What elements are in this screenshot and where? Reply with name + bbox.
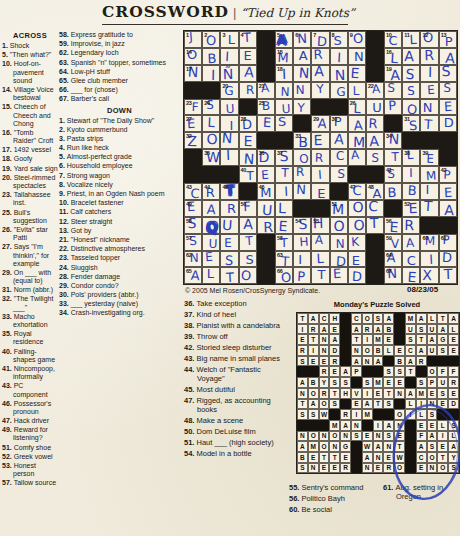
handwritten-letter: L bbox=[274, 201, 290, 216]
grid-cell[interactable]: 47C bbox=[348, 183, 366, 200]
grid-cell[interactable]: 9O bbox=[348, 31, 366, 48]
grid-cell[interactable]: A bbox=[293, 48, 311, 65]
clue: 44. Welch of "Fantastic Voyage" bbox=[184, 365, 280, 384]
solved-cell: O bbox=[437, 463, 448, 474]
black-cell bbox=[362, 366, 373, 377]
grid-cell[interactable]: I bbox=[220, 149, 238, 166]
grid-cell[interactable]: O bbox=[330, 217, 348, 234]
grid-cell[interactable]: R bbox=[402, 217, 420, 234]
clue: 40. Falling-shapes game bbox=[2, 348, 58, 364]
black-cell bbox=[405, 431, 416, 442]
grid-cell[interactable]: 66O bbox=[275, 267, 293, 284]
grid-cell[interactable]: B bbox=[384, 183, 402, 200]
grid-cell[interactable]: A bbox=[239, 217, 257, 234]
clue: 6. Household employee bbox=[59, 162, 180, 170]
clue-number: 43 bbox=[186, 184, 192, 190]
solved-cell: R bbox=[308, 324, 319, 335]
grid-cell[interactable]: 60M bbox=[420, 234, 438, 251]
grid-cell[interactable]: A bbox=[439, 48, 457, 65]
grid-cell[interactable]: 24S bbox=[202, 99, 220, 116]
grid-cell[interactable]: R bbox=[311, 48, 329, 65]
grid-cell[interactable]: 57S bbox=[184, 234, 202, 251]
grid-cell[interactable]: E bbox=[439, 99, 457, 116]
grid-cell[interactable]: U bbox=[366, 99, 384, 116]
grid-cell[interactable]: L bbox=[275, 200, 293, 217]
solved-cell: A bbox=[351, 324, 362, 335]
clue-number: 59 bbox=[386, 235, 392, 241]
grid-cell[interactable]: A bbox=[311, 65, 329, 82]
grid-cell[interactable]: U bbox=[202, 234, 220, 251]
grid-cell[interactable]: O bbox=[348, 200, 366, 217]
grid-cell[interactable]: 11L bbox=[402, 31, 420, 48]
handwritten-letter: T bbox=[420, 198, 437, 214]
grid-cell[interactable]: S bbox=[439, 65, 457, 82]
grid-cell[interactable]: 42P bbox=[439, 166, 457, 183]
grid-cell[interactable]: S bbox=[330, 166, 348, 183]
grid-cell[interactable]: 13P bbox=[439, 31, 457, 48]
grid-cell[interactable]: C bbox=[402, 251, 420, 268]
grid-cell[interactable]: N bbox=[275, 82, 293, 99]
grid-cell[interactable]: T bbox=[439, 267, 457, 284]
grid-cell[interactable]: 58T bbox=[275, 234, 293, 251]
grid-cell[interactable]: 8S bbox=[330, 31, 348, 48]
clue-number: 22 bbox=[368, 83, 374, 89]
grid-cell[interactable]: T bbox=[420, 115, 438, 132]
grid-cell[interactable]: 37S bbox=[275, 149, 293, 166]
grid-cell[interactable]: A bbox=[366, 132, 384, 149]
solved-cell: U bbox=[427, 345, 438, 356]
grid-cell[interactable]: N bbox=[348, 48, 366, 65]
black-cell bbox=[366, 166, 384, 183]
handwritten-letter: A bbox=[349, 118, 366, 134]
solved-cell: I bbox=[362, 388, 373, 399]
grid-cell[interactable]: O bbox=[293, 149, 311, 166]
grid-cell[interactable]: A bbox=[239, 65, 257, 82]
grid-cell[interactable]: 19A bbox=[384, 65, 402, 82]
grid-cell[interactable]: E bbox=[311, 132, 329, 149]
grid-cell[interactable]: G bbox=[330, 82, 348, 99]
solved-cell: M bbox=[362, 409, 373, 420]
grid-cell[interactable]: S bbox=[439, 82, 457, 99]
grid-cell[interactable]: 38L bbox=[402, 149, 420, 166]
handwritten-letter: A bbox=[366, 134, 383, 149]
grid-cell[interactable]: O bbox=[402, 99, 420, 116]
grid-cell[interactable]: 31S bbox=[402, 115, 420, 132]
grid-cell[interactable]: 40T bbox=[239, 166, 257, 183]
grid-cell[interactable]: D bbox=[348, 267, 366, 284]
grid-cell[interactable]: A bbox=[402, 234, 420, 251]
grid-cell[interactable]: L bbox=[311, 251, 329, 268]
grid-cell[interactable]: T bbox=[275, 166, 293, 183]
solved-cell: M bbox=[329, 420, 340, 431]
grid-cell[interactable]: K bbox=[348, 234, 366, 251]
grid-cell[interactable]: 62N bbox=[184, 251, 202, 268]
grid-cell[interactable]: 27E bbox=[184, 115, 202, 132]
grid-cell[interactable]: 32Z bbox=[184, 132, 202, 149]
grid-cell[interactable]: Y bbox=[311, 82, 329, 99]
grid-cell[interactable]: T bbox=[239, 234, 257, 251]
page-subtitle: “Tied Up in Knots” bbox=[240, 6, 355, 20]
solved-cell: T bbox=[319, 452, 330, 463]
black-cell bbox=[351, 377, 362, 388]
grid-cell[interactable]: N bbox=[293, 65, 311, 82]
grid-cell[interactable]: 41S bbox=[384, 166, 402, 183]
solved-cell: N bbox=[373, 452, 384, 463]
grid-cell[interactable]: I bbox=[420, 65, 438, 82]
grid-cell[interactable]: 51M bbox=[330, 200, 348, 217]
grid-cell[interactable]: I bbox=[420, 183, 438, 200]
grid-cell[interactable]: E bbox=[239, 48, 257, 65]
grid-cell[interactable]: E bbox=[311, 183, 329, 200]
grid-cell[interactable]: S bbox=[384, 82, 402, 99]
grid-cell[interactable]: 4T bbox=[239, 31, 257, 48]
clue-number: 50 bbox=[241, 201, 247, 207]
solved-cell: Y bbox=[319, 377, 330, 388]
clue: 51. Haut ___ (high society) bbox=[184, 438, 280, 447]
solved-cell: E bbox=[362, 431, 373, 442]
grid-cell[interactable]: R bbox=[239, 82, 257, 99]
handwritten-letter: E bbox=[328, 266, 345, 282]
grid-cell[interactable]: E bbox=[257, 115, 275, 132]
solved-cell: I bbox=[416, 399, 427, 410]
grid-cell[interactable]: T bbox=[311, 267, 329, 284]
grid-cell[interactable]: 25B bbox=[257, 99, 275, 116]
solved-cell: R bbox=[340, 409, 351, 420]
handwritten-letter: L bbox=[202, 266, 218, 281]
solved-cell: M bbox=[308, 441, 319, 452]
clue-number: 12 bbox=[422, 32, 428, 38]
grid-cell[interactable]: A bbox=[439, 200, 457, 217]
grid-cell[interactable]: 28D bbox=[239, 115, 257, 132]
solved-cell: H bbox=[329, 313, 340, 324]
black-cell bbox=[405, 420, 416, 431]
solved-cell: A bbox=[362, 399, 373, 410]
grid-cell[interactable]: 55H bbox=[311, 217, 329, 234]
grid-cell[interactable]: U bbox=[220, 217, 238, 234]
grid-cell[interactable]: E bbox=[348, 251, 366, 268]
grid-cell[interactable]: 5A bbox=[275, 31, 293, 48]
handwritten-letter: R bbox=[292, 165, 308, 180]
solved-cell: E bbox=[329, 463, 340, 474]
grid-cell[interactable]: 16L bbox=[384, 48, 402, 65]
grid-cell[interactable]: H bbox=[293, 234, 311, 251]
grid-cell[interactable]: 20G bbox=[220, 82, 238, 99]
solved-cell: S bbox=[437, 345, 448, 356]
solved-cell: E bbox=[329, 366, 340, 377]
grid-cell[interactable]: A bbox=[202, 200, 220, 217]
grid-cell[interactable]: C bbox=[366, 200, 384, 217]
grid-cell[interactable]: I bbox=[402, 166, 420, 183]
grid-cell[interactable]: 50F bbox=[239, 200, 257, 217]
black-cell bbox=[394, 313, 405, 324]
solved-cell: E bbox=[383, 377, 394, 388]
solved-cell: O bbox=[362, 345, 373, 356]
solved-cell: A bbox=[340, 420, 351, 431]
solved-cell: S bbox=[340, 377, 351, 388]
grid-cell[interactable]: 33B bbox=[293, 132, 311, 149]
solved-cell: A bbox=[405, 356, 416, 367]
grid-cell[interactable]: 34N bbox=[384, 132, 402, 149]
black-cell bbox=[202, 166, 220, 183]
grid-cell[interactable]: I bbox=[311, 166, 329, 183]
grid-cell[interactable]: 14O bbox=[184, 48, 202, 65]
solved-cell: S bbox=[448, 420, 459, 431]
grid-cell[interactable]: N bbox=[420, 99, 438, 116]
grid-cell[interactable]: X bbox=[420, 267, 438, 284]
clue: 3. Pasta strips bbox=[59, 135, 180, 143]
clue-number: 32 bbox=[186, 133, 192, 139]
grid-cell[interactable]: E bbox=[220, 234, 238, 251]
grid-cell[interactable]: I bbox=[202, 65, 220, 82]
grid-cell[interactable]: 36D bbox=[257, 149, 275, 166]
grid-cell[interactable]: Ñ bbox=[220, 65, 238, 82]
clue-number: 25 bbox=[259, 100, 265, 106]
clue: 26. "Evita" star Patti bbox=[2, 226, 58, 242]
grid-cell[interactable]: 54S bbox=[293, 217, 311, 234]
solved-cell: N bbox=[297, 388, 308, 399]
grid-cell[interactable]: 26L bbox=[348, 99, 366, 116]
black-cell bbox=[448, 409, 459, 420]
grid-cell[interactable]: 43C bbox=[184, 183, 202, 200]
grid-cell[interactable]: 52E bbox=[402, 200, 420, 217]
grid-cell[interactable]: U bbox=[275, 99, 293, 116]
grid-cell[interactable]: S bbox=[275, 115, 293, 132]
handwritten-letter: E bbox=[348, 253, 364, 268]
grid-cell[interactable]: L bbox=[348, 82, 366, 99]
grid-cell[interactable]: O bbox=[348, 217, 366, 234]
black-cell bbox=[351, 441, 362, 452]
grid-cell[interactable]: D bbox=[439, 251, 457, 268]
grid-cell[interactable]: 23F bbox=[184, 99, 202, 116]
grid-cell[interactable]: 22A bbox=[366, 82, 384, 99]
handwritten-letter: X bbox=[419, 268, 435, 283]
grid-cell[interactable]: S bbox=[402, 82, 420, 99]
grid-cell[interactable]: R bbox=[293, 166, 311, 183]
grid-cell[interactable]: O bbox=[202, 132, 220, 149]
grid-cell[interactable]: P bbox=[293, 267, 311, 284]
black-cell bbox=[420, 217, 438, 234]
clue-number: 16 bbox=[386, 49, 392, 55]
grid-cell[interactable]: I bbox=[275, 183, 293, 200]
grid-cell[interactable]: R bbox=[220, 200, 238, 217]
grid-cell[interactable]: 30P bbox=[330, 115, 348, 132]
handwritten-letter: I bbox=[292, 252, 308, 267]
grid-cell[interactable]: N bbox=[330, 65, 348, 82]
solved-cell: N bbox=[427, 399, 438, 410]
clue-number: 2 bbox=[204, 32, 207, 38]
grid-cell[interactable]: T bbox=[220, 267, 238, 284]
black-cell bbox=[383, 356, 394, 367]
grid-cell[interactable]: P bbox=[384, 99, 402, 116]
grid-cell[interactable]: R bbox=[420, 48, 438, 65]
handwritten-letter: T bbox=[313, 267, 329, 282]
grid-cell[interactable]: T bbox=[366, 217, 384, 234]
grid-cell[interactable]: A bbox=[311, 234, 329, 251]
solved-cell: M bbox=[405, 313, 416, 324]
grid-cell[interactable]: E bbox=[402, 267, 420, 284]
clue-number: 60 bbox=[422, 235, 428, 241]
grid-cell[interactable]: S bbox=[366, 149, 384, 166]
solved-cell: E bbox=[437, 441, 448, 452]
black-cell bbox=[405, 452, 416, 463]
grid-cell[interactable]: 3L bbox=[220, 31, 238, 48]
grid-cell[interactable]: 61P bbox=[439, 234, 457, 251]
handwritten-letter: A bbox=[330, 132, 347, 148]
grid-cell[interactable]: T bbox=[420, 200, 438, 217]
solved-cell: A bbox=[448, 441, 459, 452]
grid-cell[interactable]: 18I bbox=[275, 65, 293, 82]
handwritten-letter: D bbox=[438, 249, 455, 265]
grid-cell[interactable]: E bbox=[420, 82, 438, 99]
clue: 5. "Then what?" bbox=[2, 51, 58, 59]
grid-cell[interactable]: 10C bbox=[384, 31, 402, 48]
down-clue-column-bottom-right: 61. Aug. setting in Oregon bbox=[383, 483, 458, 503]
grid-cell[interactable]: 45T bbox=[220, 183, 238, 200]
handwritten-letter: N bbox=[277, 84, 294, 99]
grid-cell[interactable]: 65A bbox=[184, 267, 202, 284]
clue: 7. Strong wagon bbox=[59, 172, 180, 180]
grid-cell[interactable]: U bbox=[220, 99, 238, 116]
grid-cell[interactable]: 1J bbox=[184, 31, 202, 48]
solved-cell: A bbox=[373, 441, 384, 452]
grid-cell[interactable]: B bbox=[402, 183, 420, 200]
solved-cell: I bbox=[373, 420, 384, 431]
clue-number: 3 bbox=[222, 32, 225, 38]
solved-cell: T bbox=[416, 334, 427, 345]
grid-cell[interactable]: R bbox=[257, 217, 275, 234]
solved-cell: E bbox=[308, 356, 319, 367]
solved-cell: A bbox=[308, 313, 319, 324]
grid-cell[interactable]: 44R bbox=[202, 183, 220, 200]
solved-cell: O bbox=[394, 409, 405, 420]
grid-cell[interactable]: I bbox=[420, 251, 438, 268]
across-clue-column: ACROSS 1. Shock5. "Then what?"10. Hoof-o… bbox=[2, 31, 58, 489]
grid-cell[interactable]: 59V bbox=[384, 234, 402, 251]
grid-cell[interactable]: S bbox=[239, 251, 257, 268]
solved-cell: E bbox=[437, 399, 448, 410]
grid-cell[interactable]: 17N bbox=[184, 65, 202, 82]
grid-cell[interactable]: C bbox=[330, 149, 348, 166]
grid-cell[interactable]: A bbox=[330, 132, 348, 149]
clue-number: 57 bbox=[186, 235, 192, 241]
clue: 47. Rigged, as accounting books bbox=[184, 396, 280, 415]
grid-cell[interactable]: E bbox=[257, 166, 275, 183]
solved-cell: N bbox=[373, 431, 384, 442]
grid-cell[interactable]: N bbox=[330, 234, 348, 251]
grid-cell[interactable]: S bbox=[402, 65, 420, 82]
grid-cell[interactable]: 15M bbox=[275, 48, 293, 65]
solved-cell: S bbox=[329, 399, 340, 410]
grid-cell[interactable]: 2O bbox=[202, 31, 220, 48]
grid-cell[interactable]: I bbox=[330, 48, 348, 65]
grid-cell[interactable]: E bbox=[330, 267, 348, 284]
down-clue-column-bottom: 55. Sentry's command56. Politico Bayh60.… bbox=[289, 483, 379, 516]
grid-cell[interactable]: R bbox=[311, 149, 329, 166]
grid-cell[interactable]: U bbox=[257, 200, 275, 217]
solved-cell: N bbox=[319, 345, 330, 356]
solved-cell: R bbox=[416, 356, 427, 367]
grid-cell[interactable]: 46M bbox=[257, 183, 275, 200]
clue: 18. Goofy bbox=[2, 155, 58, 163]
solved-cell: A bbox=[427, 334, 438, 345]
grid-cell[interactable]: 12O bbox=[420, 31, 438, 48]
clue-number: 35 bbox=[204, 150, 210, 156]
grid-cell[interactable]: 56E bbox=[384, 217, 402, 234]
handwritten-letter: E bbox=[313, 186, 329, 201]
grid-cell[interactable]: E bbox=[348, 65, 366, 82]
grid-cell[interactable]: 53S bbox=[184, 217, 202, 234]
solved-cell: O bbox=[427, 452, 438, 463]
grid-cell[interactable]: E bbox=[439, 183, 457, 200]
grid-cell[interactable]: 39E bbox=[420, 149, 438, 166]
grid-cell[interactable]: 7D bbox=[311, 31, 329, 48]
grid-cell[interactable]: A bbox=[348, 115, 366, 132]
black-cell bbox=[384, 115, 402, 132]
grid-cell[interactable]: M bbox=[348, 132, 366, 149]
grid-cell[interactable]: E bbox=[202, 251, 220, 268]
grid-cell[interactable]: A bbox=[402, 48, 420, 65]
black-cell bbox=[405, 377, 416, 388]
clue-number: 38 bbox=[404, 150, 410, 156]
grid-cell[interactable]: E bbox=[239, 132, 257, 149]
solved-cell: A bbox=[416, 313, 427, 324]
grid-cell[interactable]: N bbox=[293, 183, 311, 200]
grid-cell[interactable]: L bbox=[202, 115, 220, 132]
handwritten-letter: A bbox=[311, 64, 327, 79]
clue-number: 46 bbox=[259, 184, 265, 190]
grid-cell[interactable]: E bbox=[275, 217, 293, 234]
grid-cell[interactable]: N bbox=[239, 149, 257, 166]
grid-cell[interactable]: I bbox=[293, 251, 311, 268]
grid-cell[interactable]: S bbox=[220, 251, 238, 268]
grid-cell[interactable]: 6N bbox=[293, 31, 311, 48]
grid-cell[interactable]: 67N bbox=[384, 267, 402, 284]
grid-cell[interactable]: D bbox=[439, 115, 457, 132]
clue-number: 52 bbox=[404, 201, 410, 207]
grid-cell[interactable]: M bbox=[420, 166, 438, 183]
puzzle-date: 08/23/05 bbox=[407, 285, 438, 294]
handwritten-letter: G bbox=[332, 84, 349, 99]
solved-cell: A bbox=[351, 356, 362, 367]
handwritten-letter: U bbox=[222, 101, 239, 117]
solved-cell: R bbox=[448, 377, 459, 388]
solved-cell: T bbox=[308, 334, 319, 345]
solved-cell: C bbox=[416, 452, 427, 463]
grid-cell[interactable]: 63T bbox=[275, 251, 293, 268]
handwritten-letter: L bbox=[348, 84, 364, 99]
grid-cell[interactable]: L bbox=[202, 267, 220, 284]
grid-cell[interactable]: 21A bbox=[257, 82, 275, 99]
solved-cell: T bbox=[329, 388, 340, 399]
grid-cell[interactable]: I bbox=[220, 48, 238, 65]
grid-cell[interactable]: T bbox=[384, 149, 402, 166]
grid-cell[interactable]: 49E bbox=[184, 200, 202, 217]
clue: 53. Honest person bbox=[2, 462, 58, 478]
grid-cell[interactable]: A bbox=[348, 149, 366, 166]
clue-number: 31 bbox=[404, 116, 410, 122]
clue: 33. ___ yesterday (naive) bbox=[59, 300, 180, 308]
solved-cell: E bbox=[373, 388, 384, 399]
grid-cell[interactable]: O bbox=[239, 267, 257, 284]
grid-cell[interactable]: 35W bbox=[202, 149, 220, 166]
grid-cell[interactable]: N bbox=[293, 82, 311, 99]
grid-cell[interactable]: 29A bbox=[311, 115, 329, 132]
black-cell bbox=[308, 366, 319, 377]
grid-cell[interactable]: R bbox=[366, 115, 384, 132]
clue: 31. Norm (abbr.) bbox=[2, 286, 58, 294]
newspaper-crossword-page: CROSSWORD|“Tied Up in Knots” ACROSS 1. S… bbox=[0, 0, 460, 536]
grid-cell[interactable]: Y bbox=[293, 99, 311, 116]
